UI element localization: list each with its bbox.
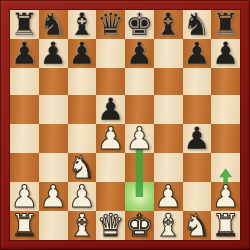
square-h5[interactable] [211, 95, 240, 124]
square-f4[interactable] [154, 124, 183, 153]
white-pawn-e4[interactable]: ♟ [125, 124, 153, 153]
square-a1[interactable]: ♜ [10, 211, 39, 240]
square-c1[interactable]: ♝ [68, 211, 97, 240]
square-c6[interactable] [68, 68, 97, 95]
square-e3[interactable] [125, 153, 154, 182]
square-d8[interactable]: ♛ [96, 10, 125, 39]
square-g3[interactable] [183, 153, 212, 182]
black-pawn-h7[interactable]: ♟ [212, 39, 240, 68]
square-f1[interactable]: ♝ [154, 211, 183, 240]
square-b6[interactable] [39, 68, 68, 95]
square-a4[interactable] [10, 124, 39, 153]
chess-board: ♜♞♝♛♚♝♞♜♟♟♟♟♟♟♟♟♟♟♞♟♟♟♟♟♜♝♛♚♝♞♜ [10, 10, 240, 240]
black-pawn-b7[interactable]: ♟ [39, 39, 67, 68]
white-queen-d1[interactable]: ♛ [97, 211, 125, 240]
square-g1[interactable]: ♞ [183, 211, 212, 240]
square-f5[interactable] [154, 95, 183, 124]
black-pawn-g4[interactable]: ♟ [183, 124, 211, 153]
white-knight-g1[interactable]: ♞ [183, 211, 211, 240]
square-a6[interactable] [10, 68, 39, 95]
board-frame: ♜♞♝♛♚♝♞♜♟♟♟♟♟♟♟♟♟♟♞♟♟♟♟♟♜♝♛♚♝♞♜ [0, 0, 250, 250]
square-f7[interactable] [154, 39, 183, 68]
square-b2[interactable]: ♟ [39, 182, 68, 211]
square-e1[interactable]: ♚ [125, 211, 154, 240]
square-b4[interactable] [39, 124, 68, 153]
square-g6[interactable] [183, 68, 212, 95]
black-pawn-a7[interactable]: ♟ [10, 39, 38, 68]
square-f8[interactable]: ♝ [154, 10, 183, 39]
white-rook-h1[interactable]: ♜ [212, 211, 240, 240]
square-d3[interactable] [96, 153, 125, 182]
black-pawn-e7[interactable]: ♟ [125, 39, 153, 68]
black-queen-d8[interactable]: ♛ [97, 10, 125, 39]
square-e4[interactable]: ♟ [125, 124, 154, 153]
square-d1[interactable]: ♛ [96, 211, 125, 240]
black-pawn-g7[interactable]: ♟ [183, 39, 211, 68]
square-h1[interactable]: ♜ [211, 211, 240, 240]
square-b7[interactable]: ♟ [39, 39, 68, 68]
square-a5[interactable] [10, 95, 39, 124]
square-a7[interactable]: ♟ [10, 39, 39, 68]
square-c7[interactable]: ♟ [68, 39, 97, 68]
square-c5[interactable] [68, 95, 97, 124]
square-h4[interactable] [211, 124, 240, 153]
white-bishop-c1[interactable]: ♝ [68, 211, 96, 240]
square-h7[interactable]: ♟ [211, 39, 240, 68]
black-pawn-c7[interactable]: ♟ [68, 39, 96, 68]
white-king-e1[interactable]: ♚ [125, 211, 153, 240]
square-b1[interactable] [39, 211, 68, 240]
square-g4[interactable]: ♟ [183, 124, 212, 153]
square-b5[interactable] [39, 95, 68, 124]
white-bishop-f1[interactable]: ♝ [154, 211, 182, 240]
white-pawn-b2[interactable]: ♟ [39, 182, 67, 211]
square-e7[interactable]: ♟ [125, 39, 154, 68]
square-f6[interactable] [154, 68, 183, 95]
white-rook-a1[interactable]: ♜ [10, 211, 38, 240]
white-pawn-d4[interactable]: ♟ [97, 124, 125, 153]
square-e6[interactable] [125, 68, 154, 95]
square-d4[interactable]: ♟ [96, 124, 125, 153]
black-bishop-f8[interactable]: ♝ [154, 10, 182, 39]
square-g7[interactable]: ♟ [183, 39, 212, 68]
square-d7[interactable] [96, 39, 125, 68]
square-h6[interactable] [211, 68, 240, 95]
